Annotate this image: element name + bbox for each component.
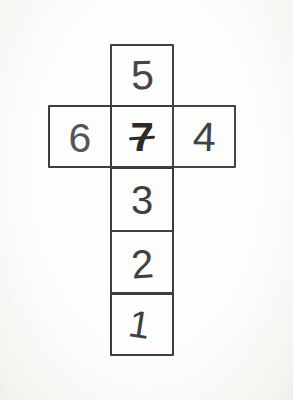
digit-6: 6 — [69, 118, 92, 159]
digit-3: 3 — [131, 180, 153, 220]
square-7: 7 — [110, 105, 174, 168]
square-1: 1 — [110, 292, 174, 356]
digit-2: 2 — [130, 243, 155, 284]
square-3: 3 — [110, 166, 174, 232]
board: 5 6 7 4 3 2 1 — [0, 0, 293, 400]
square-6: 6 — [48, 105, 112, 168]
square-4: 4 — [172, 105, 236, 168]
digit-1: 1 — [127, 304, 154, 345]
square-2: 2 — [110, 230, 174, 294]
paper: 5 6 7 4 3 2 1 — [0, 0, 293, 400]
digit-5: 5 — [130, 55, 154, 97]
digit-4: 4 — [192, 117, 216, 159]
square-5: 5 — [110, 44, 174, 107]
